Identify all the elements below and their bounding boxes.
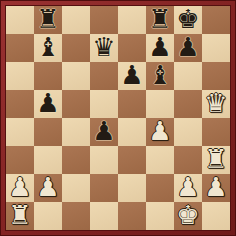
square-g4[interactable] bbox=[174, 118, 202, 146]
square-c5[interactable] bbox=[62, 90, 90, 118]
square-g8[interactable]: ♚ bbox=[174, 6, 202, 34]
square-h5[interactable]: ♛ bbox=[202, 90, 230, 118]
square-e1[interactable] bbox=[118, 202, 146, 230]
square-f6[interactable]: ♝ bbox=[146, 62, 174, 90]
square-e2[interactable] bbox=[118, 174, 146, 202]
white-pawn[interactable]: ♟ bbox=[204, 173, 227, 201]
square-h8[interactable] bbox=[202, 6, 230, 34]
square-f8[interactable]: ♜ bbox=[146, 6, 174, 34]
square-a5[interactable] bbox=[6, 90, 34, 118]
black-bishop[interactable]: ♝ bbox=[36, 33, 59, 61]
white-pawn[interactable]: ♟ bbox=[148, 117, 171, 145]
square-f3[interactable] bbox=[146, 146, 174, 174]
square-h4[interactable] bbox=[202, 118, 230, 146]
square-c8[interactable] bbox=[62, 6, 90, 34]
square-f4[interactable]: ♟ bbox=[146, 118, 174, 146]
square-h7[interactable] bbox=[202, 34, 230, 62]
square-c1[interactable] bbox=[62, 202, 90, 230]
black-pawn[interactable]: ♟ bbox=[92, 117, 115, 145]
square-g7[interactable]: ♟ bbox=[174, 34, 202, 62]
square-a2[interactable]: ♟ bbox=[6, 174, 34, 202]
square-d8[interactable] bbox=[90, 6, 118, 34]
square-d1[interactable] bbox=[90, 202, 118, 230]
square-e4[interactable] bbox=[118, 118, 146, 146]
square-f5[interactable] bbox=[146, 90, 174, 118]
square-f1[interactable] bbox=[146, 202, 174, 230]
square-c2[interactable] bbox=[62, 174, 90, 202]
white-pawn[interactable]: ♟ bbox=[36, 173, 59, 201]
square-g5[interactable] bbox=[174, 90, 202, 118]
black-pawn[interactable]: ♟ bbox=[176, 33, 199, 61]
black-king[interactable]: ♚ bbox=[176, 5, 199, 33]
square-b4[interactable] bbox=[34, 118, 62, 146]
square-g2[interactable]: ♟ bbox=[174, 174, 202, 202]
white-pawn[interactable]: ♟ bbox=[8, 173, 31, 201]
square-h1[interactable] bbox=[202, 202, 230, 230]
square-d7[interactable]: ♛ bbox=[90, 34, 118, 62]
square-d2[interactable] bbox=[90, 174, 118, 202]
square-b2[interactable]: ♟ bbox=[34, 174, 62, 202]
square-b8[interactable]: ♜ bbox=[34, 6, 62, 34]
black-rook[interactable]: ♜ bbox=[148, 5, 171, 33]
square-e8[interactable] bbox=[118, 6, 146, 34]
square-f7[interactable]: ♟ bbox=[146, 34, 174, 62]
square-b1[interactable] bbox=[34, 202, 62, 230]
square-e6[interactable]: ♟ bbox=[118, 62, 146, 90]
square-g1[interactable]: ♚ bbox=[174, 202, 202, 230]
white-rook[interactable]: ♜ bbox=[8, 201, 31, 229]
black-pawn[interactable]: ♟ bbox=[120, 61, 143, 89]
square-a4[interactable] bbox=[6, 118, 34, 146]
square-a8[interactable] bbox=[6, 6, 34, 34]
square-b3[interactable] bbox=[34, 146, 62, 174]
square-h2[interactable]: ♟ bbox=[202, 174, 230, 202]
square-c4[interactable] bbox=[62, 118, 90, 146]
square-c6[interactable] bbox=[62, 62, 90, 90]
black-pawn[interactable]: ♟ bbox=[36, 89, 59, 117]
square-g3[interactable] bbox=[174, 146, 202, 174]
square-h3[interactable]: ♜ bbox=[202, 146, 230, 174]
square-a3[interactable] bbox=[6, 146, 34, 174]
square-h6[interactable] bbox=[202, 62, 230, 90]
square-b6[interactable] bbox=[34, 62, 62, 90]
square-e5[interactable] bbox=[118, 90, 146, 118]
square-e3[interactable] bbox=[118, 146, 146, 174]
black-pawn[interactable]: ♟ bbox=[148, 33, 171, 61]
board-frame: ♜♜♚♝♛♟♟♟♝♟♛♟♟♜♟♟♟♟♜♚ bbox=[0, 0, 236, 236]
square-a6[interactable] bbox=[6, 62, 34, 90]
white-queen[interactable]: ♛ bbox=[204, 89, 227, 117]
white-rook[interactable]: ♜ bbox=[204, 145, 227, 173]
white-pawn[interactable]: ♟ bbox=[176, 173, 199, 201]
square-b7[interactable]: ♝ bbox=[34, 34, 62, 62]
square-d6[interactable] bbox=[90, 62, 118, 90]
black-rook[interactable]: ♜ bbox=[36, 5, 59, 33]
square-a1[interactable]: ♜ bbox=[6, 202, 34, 230]
square-a7[interactable] bbox=[6, 34, 34, 62]
square-f2[interactable] bbox=[146, 174, 174, 202]
black-bishop[interactable]: ♝ bbox=[148, 61, 171, 89]
square-c3[interactable] bbox=[62, 146, 90, 174]
white-king[interactable]: ♚ bbox=[176, 201, 199, 229]
chess-board: ♜♜♚♝♛♟♟♟♝♟♛♟♟♜♟♟♟♟♜♚ bbox=[6, 6, 230, 230]
square-e7[interactable] bbox=[118, 34, 146, 62]
square-c7[interactable] bbox=[62, 34, 90, 62]
black-queen[interactable]: ♛ bbox=[92, 33, 115, 61]
square-d5[interactable] bbox=[90, 90, 118, 118]
square-b5[interactable]: ♟ bbox=[34, 90, 62, 118]
square-d4[interactable]: ♟ bbox=[90, 118, 118, 146]
square-g6[interactable] bbox=[174, 62, 202, 90]
square-d3[interactable] bbox=[90, 146, 118, 174]
